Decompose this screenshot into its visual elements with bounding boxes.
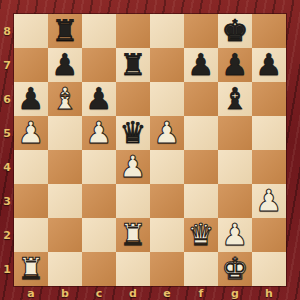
square-h8[interactable]: [252, 14, 286, 48]
square-a5[interactable]: ♟: [14, 116, 48, 150]
square-f4[interactable]: [184, 150, 218, 184]
square-d4[interactable]: ♟: [116, 150, 150, 184]
rank-label-5: 5: [0, 116, 14, 150]
rank-label-3: 3: [0, 184, 14, 218]
square-h5[interactable]: [252, 116, 286, 150]
square-h6[interactable]: [252, 82, 286, 116]
file-label-f: f: [184, 286, 218, 300]
piece-black-bishop-g6[interactable]: ♝: [218, 82, 252, 116]
square-b5[interactable]: [48, 116, 82, 150]
square-e2[interactable]: [150, 218, 184, 252]
rank-label-4: 4: [0, 150, 14, 184]
square-h7[interactable]: ♟: [252, 48, 286, 82]
piece-black-king-g8[interactable]: ♚: [218, 14, 252, 48]
square-b4[interactable]: [48, 150, 82, 184]
square-c6[interactable]: ♟: [82, 82, 116, 116]
rank-label-2: 2: [0, 218, 14, 252]
square-c1[interactable]: [82, 252, 116, 286]
chess-board: ♜♚♟♜♟♟♟♟♝♟♝♟♟♛♟♟♟♜♛♟♜♚: [14, 14, 286, 286]
square-e3[interactable]: [150, 184, 184, 218]
chess-diagram: ♜♚♟♜♟♟♟♟♝♟♝♟♟♛♟♟♟♜♛♟♜♚ 87654321abcdefgh: [0, 0, 300, 300]
file-label-e: e: [150, 286, 184, 300]
square-d6[interactable]: [116, 82, 150, 116]
square-h4[interactable]: [252, 150, 286, 184]
rank-label-6: 6: [0, 82, 14, 116]
piece-white-pawn-a5[interactable]: ♟: [14, 116, 48, 150]
file-label-g: g: [218, 286, 252, 300]
square-d2[interactable]: ♜: [116, 218, 150, 252]
square-f5[interactable]: [184, 116, 218, 150]
square-a6[interactable]: ♟: [14, 82, 48, 116]
square-e7[interactable]: [150, 48, 184, 82]
piece-white-rook-d2[interactable]: ♜: [116, 218, 150, 252]
square-b6[interactable]: ♝: [48, 82, 82, 116]
square-g7[interactable]: ♟: [218, 48, 252, 82]
square-h2[interactable]: [252, 218, 286, 252]
square-g6[interactable]: ♝: [218, 82, 252, 116]
piece-white-bishop-b6[interactable]: ♝: [48, 82, 82, 116]
piece-white-queen-f2[interactable]: ♛: [184, 218, 218, 252]
square-a1[interactable]: ♜: [14, 252, 48, 286]
square-f8[interactable]: [184, 14, 218, 48]
square-g1[interactable]: ♚: [218, 252, 252, 286]
piece-white-pawn-d4[interactable]: ♟: [116, 150, 150, 184]
square-g4[interactable]: [218, 150, 252, 184]
square-e8[interactable]: [150, 14, 184, 48]
rank-label-7: 7: [0, 48, 14, 82]
square-e4[interactable]: [150, 150, 184, 184]
square-c8[interactable]: [82, 14, 116, 48]
piece-black-pawn-c6[interactable]: ♟: [82, 82, 116, 116]
piece-black-pawn-h7[interactable]: ♟: [252, 48, 286, 82]
piece-black-pawn-b7[interactable]: ♟: [48, 48, 82, 82]
piece-white-rook-a1[interactable]: ♜: [14, 252, 48, 286]
square-c2[interactable]: [82, 218, 116, 252]
square-f3[interactable]: [184, 184, 218, 218]
square-d8[interactable]: [116, 14, 150, 48]
piece-white-pawn-e5[interactable]: ♟: [150, 116, 184, 150]
file-label-d: d: [116, 286, 150, 300]
rank-label-8: 8: [0, 14, 14, 48]
square-e6[interactable]: [150, 82, 184, 116]
square-f1[interactable]: [184, 252, 218, 286]
square-b8[interactable]: ♜: [48, 14, 82, 48]
square-g8[interactable]: ♚: [218, 14, 252, 48]
square-b3[interactable]: [48, 184, 82, 218]
square-h3[interactable]: ♟: [252, 184, 286, 218]
square-d3[interactable]: [116, 184, 150, 218]
square-e1[interactable]: [150, 252, 184, 286]
square-a7[interactable]: [14, 48, 48, 82]
piece-black-pawn-f7[interactable]: ♟: [184, 48, 218, 82]
piece-black-queen-d5[interactable]: ♛: [116, 116, 150, 150]
square-h1[interactable]: [252, 252, 286, 286]
square-d5[interactable]: ♛: [116, 116, 150, 150]
square-g2[interactable]: ♟: [218, 218, 252, 252]
square-c3[interactable]: [82, 184, 116, 218]
square-b1[interactable]: [48, 252, 82, 286]
piece-black-pawn-g7[interactable]: ♟: [218, 48, 252, 82]
square-e5[interactable]: ♟: [150, 116, 184, 150]
file-label-h: h: [252, 286, 286, 300]
square-c5[interactable]: ♟: [82, 116, 116, 150]
square-d7[interactable]: ♜: [116, 48, 150, 82]
square-f6[interactable]: [184, 82, 218, 116]
piece-black-rook-d7[interactable]: ♜: [116, 48, 150, 82]
square-f2[interactable]: ♛: [184, 218, 218, 252]
piece-white-pawn-h3[interactable]: ♟: [252, 184, 286, 218]
square-a8[interactable]: [14, 14, 48, 48]
square-g3[interactable]: [218, 184, 252, 218]
square-b7[interactable]: ♟: [48, 48, 82, 82]
square-c7[interactable]: [82, 48, 116, 82]
square-f7[interactable]: ♟: [184, 48, 218, 82]
square-g5[interactable]: [218, 116, 252, 150]
file-label-b: b: [48, 286, 82, 300]
piece-white-pawn-g2[interactable]: ♟: [218, 218, 252, 252]
piece-black-rook-b8[interactable]: ♜: [48, 14, 82, 48]
square-a4[interactable]: [14, 150, 48, 184]
square-b2[interactable]: [48, 218, 82, 252]
piece-white-king-g1[interactable]: ♚: [218, 252, 252, 286]
square-c4[interactable]: [82, 150, 116, 184]
square-d1[interactable]: [116, 252, 150, 286]
rank-label-1: 1: [0, 252, 14, 286]
file-label-a: a: [14, 286, 48, 300]
file-label-c: c: [82, 286, 116, 300]
piece-white-pawn-c5[interactable]: ♟: [82, 116, 116, 150]
square-a2[interactable]: [14, 218, 48, 252]
square-a3[interactable]: [14, 184, 48, 218]
piece-black-pawn-a6[interactable]: ♟: [14, 82, 48, 116]
